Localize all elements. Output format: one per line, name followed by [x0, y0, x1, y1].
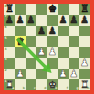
- square-e1[interactable]: e♚: [47, 79, 58, 90]
- square-h5[interactable]: [79, 36, 90, 47]
- square-e6[interactable]: ♟: [47, 26, 58, 37]
- rank-label-4: 4: [5, 48, 7, 51]
- rank-label-2: 2: [5, 69, 7, 72]
- square-h8[interactable]: ♜: [79, 4, 90, 15]
- white-king-e1[interactable]: ♚: [48, 80, 57, 90]
- white-pawn-f2[interactable]: ♟: [59, 69, 68, 79]
- square-a1[interactable]: 1a♜: [4, 79, 15, 90]
- white-pawn-b2[interactable]: ♟: [16, 69, 25, 79]
- black-rook-a8[interactable]: ♜: [5, 4, 14, 14]
- black-pawn-h7[interactable]: ♟: [80, 15, 89, 25]
- square-a6[interactable]: 6: [4, 26, 15, 37]
- square-a7[interactable]: 7♟: [4, 15, 15, 26]
- white-pawn-g2[interactable]: ♟: [69, 69, 78, 79]
- chess-board: 8♜♚♜7♟♟♟♟♟♟6♟♟5♛4♟♟3♟2♟♟♟1a♜bcde♚fgh♜: [4, 4, 90, 90]
- square-h4[interactable]: [79, 47, 90, 58]
- black-pawn-a7[interactable]: ♟: [5, 15, 14, 25]
- square-d6[interactable]: ♟: [36, 26, 47, 37]
- white-rook-a1[interactable]: ♜: [5, 80, 14, 90]
- square-h1[interactable]: h♜: [79, 79, 90, 90]
- square-e4[interactable]: ♟: [47, 47, 58, 58]
- board-frame: 8♜♚♜7♟♟♟♟♟♟6♟♟5♛4♟♟3♟2♟♟♟1a♜bcde♚fgh♜: [0, 0, 94, 94]
- square-b6[interactable]: [15, 26, 26, 37]
- square-a5[interactable]: 5: [4, 36, 15, 47]
- square-c3[interactable]: [26, 58, 37, 69]
- square-d5[interactable]: [36, 36, 47, 47]
- white-rook-h1[interactable]: ♜: [80, 80, 89, 90]
- square-g4[interactable]: [69, 47, 80, 58]
- square-g1[interactable]: g: [69, 79, 80, 90]
- square-f7[interactable]: ♟: [58, 15, 69, 26]
- square-c4[interactable]: [26, 47, 37, 58]
- square-h3[interactable]: ♟: [79, 58, 90, 69]
- square-c7[interactable]: ♟: [26, 15, 37, 26]
- square-h7[interactable]: ♟: [79, 15, 90, 26]
- square-g2[interactable]: ♟: [69, 69, 80, 80]
- square-a8[interactable]: 8♜: [4, 4, 15, 15]
- square-b2[interactable]: ♟: [15, 69, 26, 80]
- square-g8[interactable]: [69, 4, 80, 15]
- square-c2[interactable]: [26, 69, 37, 80]
- black-rook-h8[interactable]: ♜: [80, 4, 89, 14]
- square-e7[interactable]: [47, 15, 58, 26]
- square-f1[interactable]: f: [58, 79, 69, 90]
- square-d1[interactable]: d: [36, 79, 47, 90]
- black-pawn-b7[interactable]: ♟: [16, 15, 25, 25]
- square-a2[interactable]: 2: [4, 69, 15, 80]
- square-g3[interactable]: [69, 58, 80, 69]
- black-pawn-e6[interactable]: ♟: [48, 26, 57, 36]
- square-b7[interactable]: ♟: [15, 15, 26, 26]
- square-d4[interactable]: ♟: [36, 47, 47, 58]
- square-g6[interactable]: [69, 26, 80, 37]
- square-d8[interactable]: [36, 4, 47, 15]
- square-d2[interactable]: [36, 69, 47, 80]
- square-b8[interactable]: [15, 4, 26, 15]
- black-queen-b5[interactable]: ♛: [16, 37, 25, 47]
- square-b5[interactable]: ♛: [15, 36, 26, 47]
- square-e3[interactable]: [47, 58, 58, 69]
- white-pawn-h3[interactable]: ♟: [80, 58, 89, 68]
- black-pawn-c7[interactable]: ♟: [26, 15, 35, 25]
- square-e2[interactable]: [47, 69, 58, 80]
- square-a3[interactable]: 3: [4, 58, 15, 69]
- rank-label-5: 5: [5, 37, 7, 40]
- white-pawn-d4[interactable]: ♟: [37, 47, 46, 57]
- square-b1[interactable]: b: [15, 79, 26, 90]
- square-c6[interactable]: [26, 26, 37, 37]
- square-c8[interactable]: [26, 4, 37, 15]
- square-f3[interactable]: [58, 58, 69, 69]
- square-c1[interactable]: c: [26, 79, 37, 90]
- square-f5[interactable]: [58, 36, 69, 47]
- square-f8[interactable]: [58, 4, 69, 15]
- square-f6[interactable]: [58, 26, 69, 37]
- square-b4[interactable]: [15, 47, 26, 58]
- black-pawn-f7[interactable]: ♟: [59, 15, 68, 25]
- square-f4[interactable]: [58, 47, 69, 58]
- square-b3[interactable]: [15, 58, 26, 69]
- black-king-e8[interactable]: ♚: [48, 4, 57, 14]
- square-c5[interactable]: [26, 36, 37, 47]
- square-g5[interactable]: [69, 36, 80, 47]
- square-d7[interactable]: [36, 15, 47, 26]
- square-g7[interactable]: ♟: [69, 15, 80, 26]
- square-h2[interactable]: [79, 69, 90, 80]
- black-pawn-g7[interactable]: ♟: [69, 15, 78, 25]
- rank-label-6: 6: [5, 26, 7, 29]
- square-e8[interactable]: ♚: [47, 4, 58, 15]
- white-pawn-e4[interactable]: ♟: [48, 47, 57, 57]
- rank-label-3: 3: [5, 58, 7, 61]
- square-e5[interactable]: [47, 36, 58, 47]
- square-f2[interactable]: ♟: [58, 69, 69, 80]
- square-a4[interactable]: 4: [4, 47, 15, 58]
- black-pawn-d6[interactable]: ♟: [37, 26, 46, 36]
- square-h6[interactable]: [79, 26, 90, 37]
- square-d3[interactable]: [36, 58, 47, 69]
